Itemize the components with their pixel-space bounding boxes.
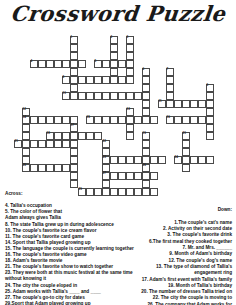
grid-cell[interactable] — [150, 116, 158, 124]
grid-cell[interactable] — [126, 52, 134, 60]
grid-cell[interactable] — [70, 156, 78, 164]
grid-cell[interactable] — [70, 76, 78, 84]
grid-cell[interactable] — [190, 100, 198, 108]
grid-cell[interactable] — [38, 140, 46, 148]
grid-cell[interactable] — [126, 36, 134, 44]
grid-cell[interactable] — [126, 124, 134, 132]
grid-cell[interactable] — [126, 108, 134, 116]
grid-cell[interactable] — [142, 68, 150, 76]
grid-cell[interactable] — [70, 52, 78, 60]
grid-cell[interactable] — [182, 156, 190, 164]
crossword-grid: 1234567891011121425131516171819202122232… — [14, 36, 222, 196]
grid-cell[interactable] — [110, 116, 118, 124]
grid-cell[interactable] — [110, 36, 118, 44]
down-clue: 13. The type of diamond of Tallia's enga… — [82, 264, 232, 277]
grid-cell[interactable] — [54, 140, 62, 148]
grid-cell[interactable] — [182, 148, 190, 156]
grid-cell[interactable] — [150, 172, 158, 180]
grid-cell[interactable] — [22, 164, 30, 172]
grid-cell[interactable] — [86, 132, 94, 140]
grid-cell[interactable] — [38, 60, 46, 68]
grid-cell[interactable] — [118, 92, 126, 100]
grid-cell[interactable] — [70, 60, 78, 68]
grid-cell[interactable] — [126, 76, 134, 84]
grid-cell[interactable] — [46, 116, 54, 124]
grid-cell[interactable] — [134, 156, 142, 164]
grid-cell[interactable] — [70, 92, 78, 100]
grid-cell[interactable] — [166, 84, 174, 92]
grid-cell[interactable] — [166, 68, 174, 76]
grid-cell[interactable] — [86, 76, 94, 84]
grid-cell[interactable] — [118, 76, 126, 84]
grid-cell[interactable] — [118, 60, 126, 68]
grid-cell[interactable] — [30, 140, 38, 148]
grid-cell[interactable] — [190, 156, 198, 164]
grid-cell[interactable] — [22, 108, 30, 116]
grid-cell[interactable] — [70, 172, 78, 180]
grid-cell[interactable] — [30, 116, 38, 124]
grid-cell[interactable] — [22, 148, 30, 156]
grid-cell[interactable] — [206, 84, 214, 92]
grid-cell[interactable] — [102, 148, 110, 156]
grid-cell[interactable] — [78, 76, 86, 84]
down-clues-column: Down: 1.The couple's cat's name2. Activi… — [82, 201, 232, 305]
grid-cell[interactable] — [70, 164, 78, 172]
grid-cell[interactable] — [158, 100, 166, 108]
grid-cell[interactable] — [86, 92, 94, 100]
grid-cell[interactable] — [94, 116, 102, 124]
grid-cell[interactable] — [78, 92, 86, 100]
grid-cell[interactable] — [206, 156, 214, 164]
grid-cell[interactable] — [46, 60, 54, 68]
grid-cell[interactable] — [102, 76, 110, 84]
page-title: Crossword Puzzle — [0, 1, 236, 26]
grid-cell[interactable] — [166, 100, 174, 108]
grid-cell[interactable] — [142, 164, 150, 172]
grid-cell[interactable] — [94, 60, 102, 68]
grid-cell[interactable] — [62, 60, 70, 68]
grid-cell[interactable] — [126, 44, 134, 52]
grid-cell[interactable] — [142, 84, 150, 92]
grid-cell[interactable] — [38, 116, 46, 124]
grid-cell[interactable] — [54, 164, 62, 172]
grid-cell[interactable] — [70, 124, 78, 132]
grid-cell[interactable] — [30, 60, 38, 68]
grid-cell[interactable] — [110, 44, 118, 52]
grid-cell[interactable] — [142, 100, 150, 108]
grid-cell[interactable] — [110, 68, 118, 76]
grid-cell[interactable] — [142, 132, 150, 140]
grid-cell[interactable] — [190, 116, 198, 124]
grid-cell[interactable] — [110, 52, 118, 60]
grid-cell[interactable] — [22, 124, 30, 132]
grid-cell[interactable] — [62, 76, 70, 84]
grid-cell[interactable] — [54, 116, 62, 124]
grid-cell[interactable] — [126, 172, 134, 180]
grid-cell[interactable] — [182, 164, 190, 172]
grid-cell[interactable] — [206, 100, 214, 108]
grid-cell[interactable] — [126, 116, 134, 124]
grid-cell[interactable] — [110, 92, 118, 100]
grid-cell[interactable] — [166, 76, 174, 84]
grid-cell[interactable] — [142, 108, 150, 116]
grid-cell[interactable] — [174, 116, 182, 124]
grid-cell[interactable] — [134, 116, 142, 124]
grid-cell[interactable] — [102, 92, 110, 100]
grid-cell[interactable] — [174, 100, 182, 108]
grid-cell[interactable] — [62, 132, 70, 140]
grid-cell[interactable] — [142, 172, 150, 180]
across-header: Across: — [5, 191, 183, 197]
grid-cell[interactable] — [142, 76, 150, 84]
grid-cell[interactable] — [70, 148, 78, 156]
grid-cell[interactable] — [70, 44, 78, 52]
grid-cell[interactable] — [134, 172, 142, 180]
grid-cell[interactable] — [198, 156, 206, 164]
grid-cell[interactable] — [102, 116, 110, 124]
grid-cell[interactable] — [110, 156, 118, 164]
grid-cell[interactable] — [102, 172, 110, 180]
grid-cell[interactable] — [158, 156, 166, 164]
grid-cell[interactable] — [46, 132, 54, 140]
grid-cell[interactable] — [118, 116, 126, 124]
grid-cell[interactable] — [70, 68, 78, 76]
grid-cell[interactable] — [46, 164, 54, 172]
grid-cell[interactable] — [22, 140, 30, 148]
grid-cell[interactable] — [70, 140, 78, 148]
grid-cell[interactable] — [94, 92, 102, 100]
grid-cell[interactable] — [126, 92, 134, 100]
grid-cell[interactable] — [142, 156, 150, 164]
grid-cell[interactable] — [46, 140, 54, 148]
grid-cell[interactable] — [206, 124, 214, 132]
grid-cell[interactable] — [54, 132, 62, 140]
grid-cell[interactable] — [102, 156, 110, 164]
grid-cell[interactable] — [30, 164, 38, 172]
grid-cell[interactable] — [78, 60, 86, 68]
grid-cell[interactable] — [22, 116, 30, 124]
grid-cell[interactable] — [118, 172, 126, 180]
grid-cell[interactable] — [166, 116, 174, 124]
grid-cell[interactable] — [70, 132, 78, 140]
grid-cell[interactable] — [206, 116, 214, 124]
grid-cell[interactable] — [22, 156, 30, 164]
grid-cell[interactable] — [102, 140, 110, 148]
grid-cell[interactable] — [14, 140, 22, 148]
grid-cell[interactable] — [94, 132, 102, 140]
grid-cell[interactable] — [62, 116, 70, 124]
grid-cell[interactable] — [70, 116, 78, 124]
grid-cell[interactable] — [142, 116, 150, 124]
grid-cell[interactable] — [206, 92, 214, 100]
grid-cell[interactable] — [54, 60, 62, 68]
grid-cell[interactable] — [70, 36, 78, 44]
down-header: Down: — [82, 207, 232, 213]
grid-cell[interactable] — [206, 132, 214, 140]
grid-cell[interactable] — [126, 156, 134, 164]
grid-cell[interactable] — [134, 92, 142, 100]
grid-cell[interactable] — [182, 116, 190, 124]
grid-cell[interactable] — [182, 100, 190, 108]
grid-cell[interactable] — [118, 156, 126, 164]
grid-cell[interactable] — [62, 140, 70, 148]
grid-cell[interactable] — [150, 156, 158, 164]
grid-cell[interactable] — [182, 140, 190, 148]
grid-cell[interactable] — [142, 148, 150, 156]
grid-cell[interactable] — [110, 76, 118, 84]
grid-cell[interactable] — [142, 140, 150, 148]
grid-cell[interactable] — [198, 100, 206, 108]
grid-cell[interactable] — [198, 116, 206, 124]
grid-cell[interactable] — [102, 164, 110, 172]
grid-cell[interactable] — [62, 92, 70, 100]
grid-cell[interactable] — [102, 60, 110, 68]
grid-cell[interactable] — [22, 132, 30, 140]
grid-cell[interactable] — [110, 60, 118, 68]
grid-cell[interactable] — [126, 68, 134, 76]
grid-cell[interactable] — [94, 76, 102, 84]
grid-cell[interactable] — [166, 92, 174, 100]
grid-cell[interactable] — [70, 84, 78, 92]
grid-cell[interactable] — [126, 60, 134, 68]
grid-cell[interactable] — [174, 156, 182, 164]
grid-cell[interactable] — [126, 132, 134, 140]
grid-cell[interactable] — [38, 164, 46, 172]
grid-cell[interactable] — [86, 116, 94, 124]
grid-cell[interactable] — [182, 132, 190, 140]
grid-cell[interactable] — [78, 132, 86, 140]
grid-cell[interactable] — [110, 172, 118, 180]
grid-cell[interactable] — [142, 92, 150, 100]
grid-cell[interactable] — [206, 108, 214, 116]
grid-cell[interactable] — [62, 164, 70, 172]
